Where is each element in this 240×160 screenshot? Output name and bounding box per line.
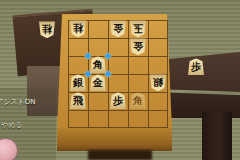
quit-button[interactable]: やめる xyxy=(1,120,23,130)
board-leg-shadow xyxy=(88,150,152,160)
assist-toggle[interactable]: アシストON xyxy=(0,97,35,107)
board-front-face xyxy=(57,128,172,151)
right-stand-leg xyxy=(202,112,232,160)
game-scene: 桂金玉金角銀金銀飛歩角桂歩 アシストON やめる xyxy=(0,0,240,160)
